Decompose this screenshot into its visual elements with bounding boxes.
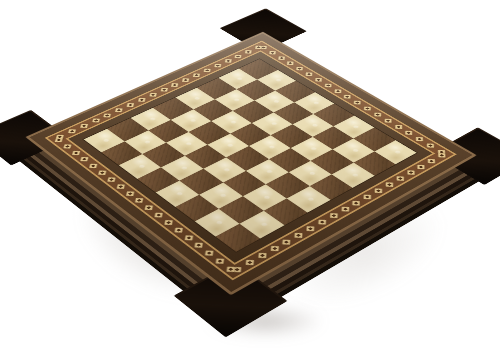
inlay-diamond-motif — [374, 113, 381, 117]
square-e3[interactable] — [203, 157, 246, 182]
square-f2[interactable] — [199, 182, 243, 208]
square-h5[interactable] — [309, 174, 352, 200]
inlay-diamond-motif — [427, 143, 434, 147]
inlay-diamond-motif — [104, 113, 112, 117]
inlay-diamond-motif — [258, 253, 266, 258]
square-g6[interactable] — [311, 149, 353, 174]
inlay-diamond-motif — [306, 72, 313, 76]
inlay-diamond-motif — [246, 260, 254, 265]
inlay-diamond-motif — [385, 119, 392, 123]
square-h3[interactable] — [263, 198, 307, 225]
inlay-diamond-motif — [283, 239, 291, 244]
square-h1[interactable] — [215, 223, 260, 252]
square-h2[interactable] — [240, 210, 285, 238]
inlay-diamond-motif — [353, 201, 360, 206]
inlay-diamond-motif — [330, 213, 338, 218]
inlay-diamond-motif — [72, 151, 80, 155]
inlay-diamond-motif — [160, 88, 167, 92]
square-e2[interactable] — [180, 169, 223, 195]
inlay-diamond-motif — [396, 176, 403, 181]
inlay-diamond-motif — [255, 46, 262, 49]
inlay-diamond-motif — [386, 182, 393, 187]
inlay-diamond-motif — [225, 59, 232, 63]
inlay-diamond-motif — [407, 170, 414, 175]
inlay-diamond-motif — [81, 157, 89, 161]
inlay-diamond-motif — [127, 103, 135, 107]
inlay-diamond-motif — [354, 101, 361, 105]
square-g2[interactable] — [219, 196, 263, 223]
board-face — [25, 32, 476, 296]
inlay-diamond-motif — [116, 184, 124, 189]
inlay-diamond-motif — [295, 233, 303, 238]
inlay-diamond-motif — [216, 259, 224, 264]
inlay-diamond-motif — [193, 73, 200, 77]
inlay-diamond-motif — [417, 165, 424, 169]
inlay-diamond-motif — [205, 251, 213, 256]
inlay-diamond-motif — [56, 135, 64, 139]
inlay-diamond-motif — [245, 50, 252, 54]
square-e1[interactable] — [156, 180, 200, 206]
inlay-diamond-motif — [195, 243, 203, 248]
inlay-diamond-motif — [416, 137, 423, 141]
inlay-diamond-motif — [89, 164, 97, 168]
square-f4[interactable] — [246, 159, 289, 184]
inlay-diamond-motif — [278, 56, 285, 60]
inlay-diamond-motif — [364, 107, 371, 111]
inlay-diamond-motif — [135, 198, 143, 203]
inlay-diamond-motif — [214, 64, 221, 68]
inlay-diamond-motif — [233, 267, 241, 272]
inlay-diamond-motif — [98, 171, 106, 176]
inlay-diamond-motif — [155, 213, 163, 218]
inlay-diamond-motif — [126, 191, 134, 196]
inlay-diamond-motif — [287, 62, 294, 66]
inlay-diamond-motif — [364, 194, 371, 199]
square-d2[interactable] — [161, 156, 203, 181]
square-e4[interactable] — [226, 146, 268, 170]
inlay-diamond-motif — [204, 69, 211, 73]
inlay-diamond-motif — [405, 131, 412, 135]
inlay-diamond-motif — [171, 83, 178, 87]
inlay-diamond-motif — [174, 228, 182, 233]
square-g1[interactable] — [195, 209, 240, 237]
inlay-diamond-motif — [341, 207, 349, 212]
square-f3[interactable] — [223, 170, 266, 196]
inlay-diamond-motif — [270, 246, 278, 251]
inlay-diamond-motif — [80, 124, 88, 128]
inlay-diamond-motif — [182, 78, 189, 82]
inlay-diamond-motif — [68, 129, 76, 133]
square-h7[interactable] — [353, 151, 396, 176]
inlay-diamond-motif — [149, 93, 156, 97]
square-d3[interactable] — [184, 144, 226, 168]
inlay-diamond-motif — [438, 150, 445, 154]
inlay-diamond-motif — [315, 78, 322, 82]
inlay-diamond-motif — [115, 108, 123, 112]
inlay-diamond-motif — [318, 220, 326, 225]
inlay-diamond-motif — [269, 51, 276, 55]
square-c1[interactable] — [119, 154, 161, 179]
inlay-diamond-motif — [296, 67, 303, 71]
square-d1[interactable] — [137, 167, 180, 193]
square-f5[interactable] — [269, 148, 311, 173]
inlay-diamond-motif — [145, 205, 153, 210]
inlay-diamond-motif — [307, 226, 315, 231]
inlay-diamond-motif — [164, 220, 172, 225]
inlay-diamond-motif — [92, 119, 100, 123]
square-f1[interactable] — [175, 194, 219, 221]
inlay-diamond-motif — [107, 177, 115, 182]
inlay-diamond-motif — [344, 95, 351, 99]
inlay-diamond-motif — [226, 267, 234, 272]
square-h6[interactable] — [332, 162, 375, 187]
inlay-diamond-motif — [63, 144, 71, 148]
inlay-diamond-motif — [438, 153, 445, 157]
square-g5[interactable] — [289, 161, 332, 186]
square-g3[interactable] — [243, 184, 287, 210]
inlay-diamond-motif — [428, 159, 435, 163]
inlay-diamond-motif — [334, 89, 341, 93]
inlay-diamond-motif — [395, 125, 402, 129]
square-h4[interactable] — [287, 186, 331, 213]
square-c2[interactable] — [143, 143, 185, 167]
inlay-diamond-motif — [325, 84, 332, 88]
inlay-diamond-motif — [375, 188, 382, 193]
inlay-diamond-motif — [235, 55, 242, 59]
inlay-diamond-motif — [138, 98, 146, 102]
inlay-diamond-motif — [184, 235, 192, 240]
square-g4[interactable] — [266, 172, 309, 198]
